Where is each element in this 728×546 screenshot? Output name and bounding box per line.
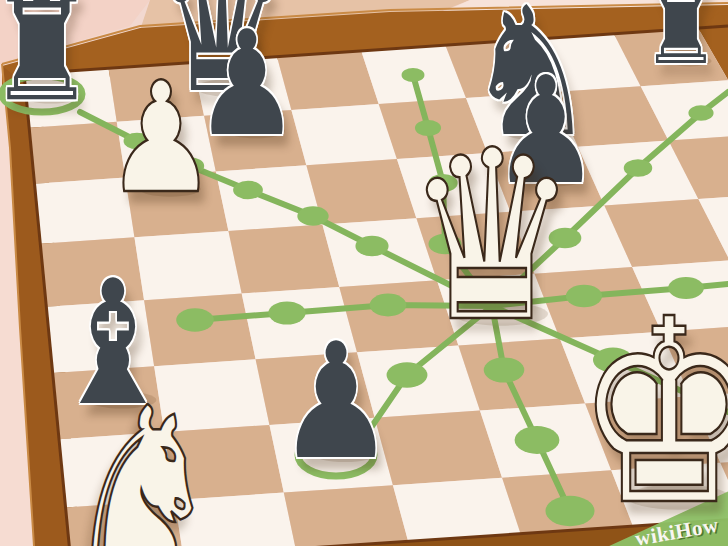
- white-knight-a1[interactable]: ♞: [63, 379, 221, 546]
- white-pawn-b6[interactable]: ♟: [105, 62, 217, 215]
- black-rook-a8[interactable]: ♜: [0, 0, 97, 122]
- white-queen-e4[interactable]: ♛: [406, 119, 579, 354]
- illustration-canvas: ♜♛♜♟♞♟♟♛♝♟♚♞ wikiHow: [0, 0, 728, 546]
- black-pawn-c2[interactable]: ♟: [277, 322, 395, 482]
- pieces-layer: ♜♛♜♟♞♟♟♛♝♟♚♞: [0, 0, 728, 546]
- black-rook-h8[interactable]: ♜: [641, 0, 720, 80]
- white-king-f1[interactable]: ♚: [575, 285, 728, 540]
